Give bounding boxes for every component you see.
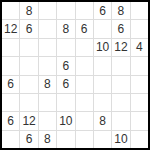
cell-r5-c3-clue: 8 [39,76,56,93]
cell-r2-c2-clue: 6 [20,20,37,37]
cell-r8-c4-empty[interactable] [57,131,74,148]
cell-r4-c4-clue: 6 [57,57,74,74]
cell-r2-c5-clue: 6 [76,20,93,37]
cell-r4-c8-empty[interactable] [131,57,148,74]
cell-r4-c3-empty[interactable] [39,57,56,74]
cell-r4-c1-empty[interactable] [2,57,19,74]
cell-r5-c1-clue: 6 [2,76,19,93]
cell-r6-c4-empty[interactable] [57,94,74,111]
cell-r6-c1-empty[interactable] [2,94,19,111]
cell-r5-c2-empty[interactable] [20,76,37,93]
cell-r6-c2-empty[interactable] [20,94,37,111]
cell-r2-c8-empty[interactable] [131,20,148,37]
cell-r8-c7-clue: 10 [112,131,129,148]
cell-r7-c2-clue: 12 [20,112,37,129]
cell-r1-c6-clue: 6 [94,2,111,19]
cell-r5-c6-empty[interactable] [94,76,111,93]
cell-r3-c3-empty[interactable] [39,39,56,56]
cell-r3-c5-empty[interactable] [76,39,93,56]
cell-r8-c3-clue: 8 [39,131,56,148]
cell-r1-c4-empty[interactable] [57,2,74,19]
cell-r3-c6-clue: 10 [94,39,111,56]
cell-r3-c2-empty[interactable] [20,39,37,56]
cell-r2-c7-clue: 6 [112,20,129,37]
cell-r7-c5-empty[interactable] [76,112,93,129]
cell-r4-c2-empty[interactable] [20,57,37,74]
cell-r2-c3-empty[interactable] [39,20,56,37]
cell-r6-c6-empty[interactable] [94,94,111,111]
cell-r5-c4-clue: 6 [57,76,74,93]
cell-r3-c4-empty[interactable] [57,39,74,56]
cell-r1-c1-empty[interactable] [2,2,19,19]
cell-r4-c5-empty[interactable] [76,57,93,74]
cell-r8-c8-empty[interactable] [131,131,148,148]
cell-r4-c7-empty[interactable] [112,57,129,74]
cell-r7-c7-empty[interactable] [112,112,129,129]
cell-r7-c3-empty[interactable] [39,112,56,129]
cell-r8-c6-empty[interactable] [94,131,111,148]
cell-r2-c4-clue: 8 [57,20,74,37]
cell-r8-c2-clue: 6 [20,131,37,148]
cell-r4-c6-empty[interactable] [94,57,111,74]
cell-r7-c6-clue: 8 [94,112,111,129]
cell-r3-c1-empty[interactable] [2,39,19,56]
cell-r5-c5-empty[interactable] [76,76,93,93]
cell-r8-c5-empty[interactable] [76,131,93,148]
cell-r1-c7-clue: 8 [112,2,129,19]
cell-r6-c3-empty[interactable] [39,94,56,111]
cell-r6-c7-empty[interactable] [112,94,129,111]
cell-r3-c8-clue: 4 [131,39,148,56]
cell-r5-c7-empty[interactable] [112,76,129,93]
cell-r7-c8-empty[interactable] [131,112,148,129]
cell-r1-c8-empty[interactable] [131,2,148,19]
cell-r3-c7-clue: 12 [112,39,129,56]
cell-r6-c5-empty[interactable] [76,94,93,111]
cell-r7-c4-clue: 10 [57,112,74,129]
cell-r7-c1-clue: 6 [2,112,19,129]
cell-r2-c1-clue: 12 [2,20,19,37]
cell-r8-c1-empty[interactable] [2,131,19,148]
cell-r6-c8-empty[interactable] [131,94,148,111]
cell-r2-c6-empty[interactable] [94,20,111,37]
puzzle-board: 8681268661012466866121086810 [0,0,150,150]
cell-r1-c5-empty[interactable] [76,2,93,19]
cell-r1-c3-empty[interactable] [39,2,56,19]
cell-r1-c2-clue: 8 [20,2,37,19]
cell-r5-c8-empty[interactable] [131,76,148,93]
